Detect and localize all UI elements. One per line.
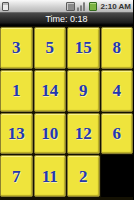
elapsed-time-label: Time: 0:18 xyxy=(45,14,87,24)
puzzle-tile[interactable]: 3 xyxy=(0,27,33,69)
puzzle-board: 3 5 15 8 1 14 9 4 13 10 12 6 7 11 2 xyxy=(0,26,133,200)
puzzle-tile[interactable]: 12 xyxy=(67,113,100,155)
puzzle-tile[interactable]: 14 xyxy=(34,70,67,112)
battery-icon xyxy=(89,2,97,11)
puzzle-tile[interactable]: 7 xyxy=(0,155,33,197)
puzzle-tile[interactable]: 10 xyxy=(34,113,67,155)
puzzle-tile[interactable]: 6 xyxy=(101,113,134,155)
tile-number: 13 xyxy=(8,125,25,142)
puzzle-tile[interactable]: 1 xyxy=(0,70,33,112)
phone-screen: 2:10 AM Time: 0:18 3 5 15 8 1 14 9 4 13 … xyxy=(0,0,133,200)
puzzle-tile[interactable]: 8 xyxy=(101,27,134,69)
tile-number: 12 xyxy=(75,125,92,142)
status-icons: 2:10 AM xyxy=(66,2,131,11)
app-title-bar: Time: 0:18 xyxy=(0,13,133,26)
tile-number: 6 xyxy=(113,125,122,142)
puzzle-tile[interactable]: 4 xyxy=(101,70,134,112)
puzzle-tile[interactable]: 9 xyxy=(67,70,100,112)
tile-number: 3 xyxy=(12,39,21,56)
notification-icon xyxy=(2,2,9,11)
android-status-bar: 2:10 AM xyxy=(0,0,133,13)
puzzle-tile[interactable]: 11 xyxy=(34,155,67,197)
tile-number: 9 xyxy=(79,82,88,99)
tile-number: 5 xyxy=(46,39,55,56)
puzzle-tile[interactable]: 5 xyxy=(34,27,67,69)
puzzle-tile[interactable]: 2 xyxy=(67,155,100,197)
tile-number: 8 xyxy=(113,39,122,56)
status-clock: 2:10 AM xyxy=(99,2,131,11)
usb-icon xyxy=(66,2,75,11)
tile-number: 11 xyxy=(42,168,58,185)
tile-number: 4 xyxy=(113,82,122,99)
empty-cell xyxy=(101,155,134,197)
tile-number: 1 xyxy=(12,82,21,99)
tile-number: 14 xyxy=(41,82,58,99)
signal-icon xyxy=(77,2,87,11)
tile-number: 2 xyxy=(79,168,88,185)
tile-number: 7 xyxy=(12,168,21,185)
puzzle-tile[interactable]: 15 xyxy=(67,27,100,69)
tile-number: 10 xyxy=(41,125,58,142)
puzzle-tile[interactable]: 13 xyxy=(0,113,33,155)
tile-number: 15 xyxy=(75,39,92,56)
